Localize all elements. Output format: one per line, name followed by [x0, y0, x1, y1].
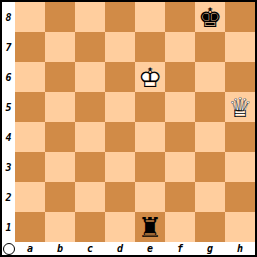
square-c6[interactable]	[75, 62, 105, 92]
black-rook-e1[interactable]: ♜	[135, 212, 165, 242]
rank-label-1: 1	[2, 212, 15, 242]
white-to-move-indicator	[3, 243, 15, 255]
square-b3[interactable]	[45, 152, 75, 182]
square-a5[interactable]	[15, 92, 45, 122]
file-label-c: c	[75, 242, 105, 255]
rank-label-5: 5	[2, 92, 15, 122]
square-e2[interactable]	[135, 182, 165, 212]
chess-board	[15, 2, 255, 242]
square-f7[interactable]	[165, 32, 195, 62]
square-a8[interactable]	[15, 2, 45, 32]
square-d4[interactable]	[105, 122, 135, 152]
file-label-f: f	[165, 242, 195, 255]
rank-label-8: 8	[2, 2, 15, 32]
piece-glyph: ♔	[135, 62, 165, 92]
square-g5[interactable]	[195, 92, 225, 122]
square-f2[interactable]	[165, 182, 195, 212]
square-g7[interactable]	[195, 32, 225, 62]
square-b8[interactable]	[45, 2, 75, 32]
square-h3[interactable]	[225, 152, 255, 182]
square-f4[interactable]	[165, 122, 195, 152]
square-a3[interactable]	[15, 152, 45, 182]
square-f6[interactable]	[165, 62, 195, 92]
square-h1[interactable]	[225, 212, 255, 242]
square-f3[interactable]	[165, 152, 195, 182]
square-g1[interactable]	[195, 212, 225, 242]
square-c1[interactable]	[75, 212, 105, 242]
square-a4[interactable]	[15, 122, 45, 152]
square-b1[interactable]	[45, 212, 75, 242]
square-c4[interactable]	[75, 122, 105, 152]
square-c8[interactable]	[75, 2, 105, 32]
piece-glyph: ♜	[135, 212, 165, 242]
square-c2[interactable]	[75, 182, 105, 212]
file-label-h: h	[225, 242, 255, 255]
square-a1[interactable]	[15, 212, 45, 242]
square-e5[interactable]	[135, 92, 165, 122]
square-h8[interactable]	[225, 2, 255, 32]
square-b6[interactable]	[45, 62, 75, 92]
square-d8[interactable]	[105, 2, 135, 32]
file-label-b: b	[45, 242, 75, 255]
square-e4[interactable]	[135, 122, 165, 152]
square-c7[interactable]	[75, 32, 105, 62]
rank-label-2: 2	[2, 182, 15, 212]
square-d2[interactable]	[105, 182, 135, 212]
square-f1[interactable]	[165, 212, 195, 242]
square-h6[interactable]	[225, 62, 255, 92]
square-h7[interactable]	[225, 32, 255, 62]
file-label-e: e	[135, 242, 165, 255]
square-e7[interactable]	[135, 32, 165, 62]
square-g4[interactable]	[195, 122, 225, 152]
square-d3[interactable]	[105, 152, 135, 182]
white-king-e6[interactable]: ♚♔	[135, 62, 165, 92]
square-c5[interactable]	[75, 92, 105, 122]
square-a2[interactable]	[15, 182, 45, 212]
piece-glyph: ♚	[195, 2, 225, 32]
square-b5[interactable]	[45, 92, 75, 122]
square-e3[interactable]	[135, 152, 165, 182]
square-b7[interactable]	[45, 32, 75, 62]
rank-labels: 87654321	[2, 2, 15, 242]
square-b4[interactable]	[45, 122, 75, 152]
square-g6[interactable]	[195, 62, 225, 92]
square-h2[interactable]	[225, 182, 255, 212]
square-d1[interactable]	[105, 212, 135, 242]
file-label-a: a	[15, 242, 45, 255]
square-e8[interactable]	[135, 2, 165, 32]
diagram-inner: ♚♚♔♛♕♜ 87654321 abcdefgh	[2, 2, 255, 255]
square-g3[interactable]	[195, 152, 225, 182]
square-a6[interactable]	[15, 62, 45, 92]
square-d5[interactable]	[105, 92, 135, 122]
piece-glyph: ♕	[225, 92, 255, 122]
file-labels: abcdefgh	[15, 242, 255, 255]
black-king-g8[interactable]: ♚	[195, 2, 225, 32]
file-label-d: d	[105, 242, 135, 255]
square-b2[interactable]	[45, 182, 75, 212]
square-d6[interactable]	[105, 62, 135, 92]
rank-label-6: 6	[2, 62, 15, 92]
square-a7[interactable]	[15, 32, 45, 62]
white-queen-h5[interactable]: ♛♕	[225, 92, 255, 122]
square-c3[interactable]	[75, 152, 105, 182]
square-h4[interactable]	[225, 122, 255, 152]
rank-label-7: 7	[2, 32, 15, 62]
rank-label-3: 3	[2, 152, 15, 182]
square-f5[interactable]	[165, 92, 195, 122]
square-g2[interactable]	[195, 182, 225, 212]
rank-label-4: 4	[2, 122, 15, 152]
square-f8[interactable]	[165, 2, 195, 32]
chess-diagram: ♚♚♔♛♕♜ 87654321 abcdefgh	[0, 0, 257, 257]
file-label-g: g	[195, 242, 225, 255]
square-d7[interactable]	[105, 32, 135, 62]
